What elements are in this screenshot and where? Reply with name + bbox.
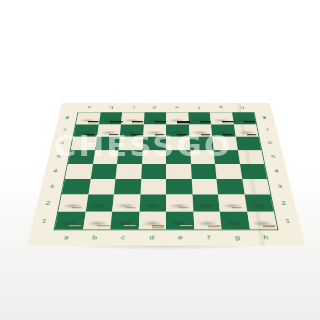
file-label-e: e [166,232,195,244]
files-bottom: abcdefgh [51,232,281,244]
file-label-a: a [51,232,82,244]
square-b5 [93,150,119,164]
square-f6 [189,137,213,150]
rank-label-left-7: 7 [58,124,72,137]
square-d5 [142,150,167,164]
file-label-d: d [137,232,166,244]
files-top: abcdefgh [78,104,254,111]
file-label-top-c: c [122,104,144,111]
file-label-top-f: f [188,104,210,111]
square-e5 [166,150,191,164]
file-label-top-h: h [231,104,254,111]
file-label-top-a: a [78,104,101,111]
rank-label-right-5: 5 [266,150,281,164]
file-label-top-b: b [100,104,123,111]
file-label-h: h [251,232,282,244]
playing-area: ♜♞♝♛♚♝♞♜♟♟♟♟♟♟♟♟♟♟♟♟♟♟♟♟♜♞♝♛♚♝♞♜ [53,112,278,230]
square-g5 [214,150,240,164]
square-d6 [142,137,166,150]
square-a6 [71,137,97,150]
square-c5 [117,150,142,164]
file-label-top-d: d [144,104,166,111]
rank-label-right-6: 6 [263,137,277,150]
square-e6 [166,137,190,150]
file-label-g: g [222,232,252,244]
square-a4 [65,164,93,179]
square-b4 [90,164,117,179]
file-label-top-g: g [209,104,232,111]
rank-label-right-7: 7 [260,124,274,137]
square-c6 [118,137,142,150]
board-mat: abcdefgh ♜♞♝♛♚♝♞♜♟♟♟♟♟♟♟♟♟♟♟♟♟♟♟♟♜♞♝♛♚♝♞… [27,103,305,246]
rank-label-left-5: 5 [51,150,66,164]
file-label-top-e: e [166,104,188,111]
file-label-c: c [108,232,137,244]
square-g6 [212,137,237,150]
rank-label-left-6: 6 [54,137,68,150]
square-h5 [237,150,264,164]
square-b6 [95,137,120,150]
chess-set-photo: abcdefgh ♜♞♝♛♚♝♞♜♟♟♟♟♟♟♟♟♟♟♟♟♟♟♟♟♜♞♝♛♚♝♞… [0,0,320,320]
square-g4 [215,164,242,179]
file-label-b: b [80,232,110,244]
square-a5 [68,150,95,164]
square-f5 [190,150,215,164]
file-label-f: f [194,232,223,244]
